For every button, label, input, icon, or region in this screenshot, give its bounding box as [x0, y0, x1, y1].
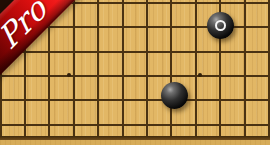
grid-hline: [0, 75, 270, 77]
app-screenshot: Pro: [0, 0, 270, 145]
board-side-wood: [0, 140, 270, 145]
grid-hline: [0, 99, 270, 101]
stone-black[interactable]: [161, 82, 188, 109]
grid-vline: [268, 0, 270, 137]
grid-vline: [195, 0, 197, 137]
grid-hline: [0, 124, 270, 126]
grid-vline: [146, 0, 148, 137]
grid-vline: [73, 0, 75, 137]
grid-vline: [122, 0, 124, 137]
grid-vline: [97, 0, 99, 137]
stone-black-marked[interactable]: [207, 12, 234, 39]
star-point: [67, 73, 71, 77]
last-move-circle-marker: [215, 20, 226, 31]
grid-vline: [244, 0, 246, 137]
star-point: [198, 73, 202, 77]
grid-hline: [0, 51, 270, 53]
grid-vline: [170, 0, 172, 137]
